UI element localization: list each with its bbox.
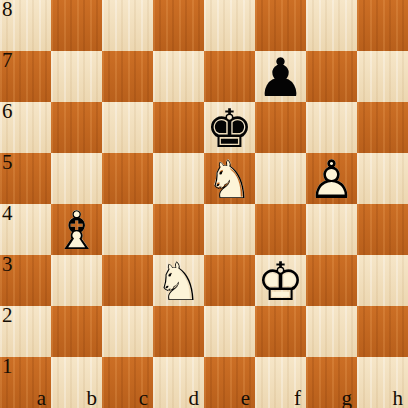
square-f6[interactable] [255, 102, 306, 153]
square-b2[interactable] [51, 306, 102, 357]
square-f1[interactable]: f [255, 357, 306, 408]
square-e7[interactable] [204, 51, 255, 102]
square-c1[interactable]: c [102, 357, 153, 408]
square-b4[interactable]: ♝♗ [51, 204, 102, 255]
white-knight-outline-glyph: ♘ [204, 154, 255, 205]
square-d7[interactable] [153, 51, 204, 102]
square-a7[interactable]: 7 [0, 51, 51, 102]
black-king-glyph: ♚ [204, 103, 255, 154]
square-g3[interactable] [306, 255, 357, 306]
square-g8[interactable] [306, 0, 357, 51]
square-f3[interactable]: ♚♔ [255, 255, 306, 306]
piece-white-king[interactable]: ♚♔ [255, 255, 306, 306]
black-pawn-glyph: ♟ [255, 52, 306, 103]
square-d4[interactable] [153, 204, 204, 255]
square-c8[interactable] [102, 0, 153, 51]
square-h2[interactable] [357, 306, 408, 357]
piece-black-pawn[interactable]: ♟ [255, 51, 306, 102]
square-c6[interactable] [102, 102, 153, 153]
square-e6[interactable]: ♚ [204, 102, 255, 153]
square-a1[interactable]: 1a [0, 357, 51, 408]
rank-label-7: 7 [2, 49, 13, 72]
square-g7[interactable] [306, 51, 357, 102]
square-c3[interactable] [102, 255, 153, 306]
rank-label-1: 1 [2, 355, 13, 378]
square-c4[interactable] [102, 204, 153, 255]
square-h3[interactable] [357, 255, 408, 306]
piece-white-knight[interactable]: ♞♘ [153, 255, 204, 306]
rank-label-5: 5 [2, 151, 13, 174]
square-d5[interactable] [153, 153, 204, 204]
square-b7[interactable] [51, 51, 102, 102]
file-label-b: b [87, 388, 98, 408]
file-label-h: h [393, 388, 404, 408]
square-c2[interactable] [102, 306, 153, 357]
square-a2[interactable]: 2 [0, 306, 51, 357]
rank-label-4: 4 [2, 202, 13, 225]
square-d2[interactable] [153, 306, 204, 357]
square-g4[interactable] [306, 204, 357, 255]
file-label-g: g [342, 388, 353, 408]
square-a4[interactable]: 4 [0, 204, 51, 255]
square-f8[interactable] [255, 0, 306, 51]
file-label-a: a [37, 388, 46, 408]
square-g6[interactable] [306, 102, 357, 153]
square-e5[interactable]: ♞♘ [204, 153, 255, 204]
square-b1[interactable]: b [51, 357, 102, 408]
square-e3[interactable] [204, 255, 255, 306]
square-g5[interactable]: ♟♙ [306, 153, 357, 204]
square-d6[interactable] [153, 102, 204, 153]
square-e2[interactable] [204, 306, 255, 357]
piece-black-king[interactable]: ♚ [204, 102, 255, 153]
square-c5[interactable] [102, 153, 153, 204]
square-a5[interactable]: 5 [0, 153, 51, 204]
piece-white-knight[interactable]: ♞♘ [204, 153, 255, 204]
white-pawn-outline-glyph: ♙ [306, 154, 357, 205]
rank-label-3: 3 [2, 253, 13, 276]
chess-board: 87♟6♚5♞♘♟♙4♝♗3♞♘♚♔21abcdefgh [0, 0, 408, 408]
square-c7[interactable] [102, 51, 153, 102]
square-h1[interactable]: h [357, 357, 408, 408]
square-h4[interactable] [357, 204, 408, 255]
square-e1[interactable]: e [204, 357, 255, 408]
square-h5[interactable] [357, 153, 408, 204]
square-g2[interactable] [306, 306, 357, 357]
file-label-c: c [139, 388, 148, 408]
rank-label-6: 6 [2, 100, 13, 123]
square-h8[interactable] [357, 0, 408, 51]
square-a8[interactable]: 8 [0, 0, 51, 51]
square-h7[interactable] [357, 51, 408, 102]
piece-white-bishop[interactable]: ♝♗ [51, 204, 102, 255]
chess-diagram: 87♟6♚5♞♘♟♙4♝♗3♞♘♚♔21abcdefgh [0, 0, 408, 408]
square-f2[interactable] [255, 306, 306, 357]
file-label-d: d [189, 388, 200, 408]
rank-label-8: 8 [2, 0, 13, 21]
square-f7[interactable]: ♟ [255, 51, 306, 102]
file-label-f: f [294, 388, 301, 408]
square-e8[interactable] [204, 0, 255, 51]
white-knight-outline-glyph: ♘ [153, 256, 204, 307]
square-e4[interactable] [204, 204, 255, 255]
square-b5[interactable] [51, 153, 102, 204]
piece-white-pawn[interactable]: ♟♙ [306, 153, 357, 204]
square-h6[interactable] [357, 102, 408, 153]
file-label-e: e [241, 388, 250, 408]
white-king-outline-glyph: ♔ [255, 256, 306, 307]
square-a6[interactable]: 6 [0, 102, 51, 153]
square-d1[interactable]: d [153, 357, 204, 408]
square-f5[interactable] [255, 153, 306, 204]
square-b6[interactable] [51, 102, 102, 153]
square-d3[interactable]: ♞♘ [153, 255, 204, 306]
square-b3[interactable] [51, 255, 102, 306]
square-d8[interactable] [153, 0, 204, 51]
square-g1[interactable]: g [306, 357, 357, 408]
square-f4[interactable] [255, 204, 306, 255]
square-b8[interactable] [51, 0, 102, 51]
rank-label-2: 2 [2, 304, 13, 327]
white-bishop-outline-glyph: ♗ [51, 205, 102, 256]
square-a3[interactable]: 3 [0, 255, 51, 306]
